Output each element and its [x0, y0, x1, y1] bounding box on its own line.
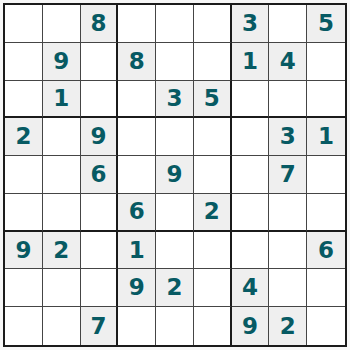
cell-r2c3-empty[interactable]	[81, 43, 119, 81]
cell-r4c3-given: 9	[81, 118, 119, 156]
cell-r8c9-empty[interactable]	[307, 269, 345, 307]
cell-r6c8-empty[interactable]	[269, 194, 307, 232]
cell-r8c5-given: 2	[156, 269, 194, 307]
cell-r8c4-given: 9	[118, 269, 156, 307]
cell-r1c3-given: 8	[81, 5, 119, 43]
cell-r1c7-given: 3	[232, 5, 270, 43]
cell-r1c5-empty[interactable]	[156, 5, 194, 43]
cell-r8c7-given: 4	[232, 269, 270, 307]
cell-r8c8-empty[interactable]	[269, 269, 307, 307]
cell-r2c6-empty[interactable]	[194, 43, 232, 81]
cell-r5c4-empty[interactable]	[118, 156, 156, 194]
cell-r3c2-given: 1	[43, 81, 81, 119]
cell-r9c5-empty[interactable]	[156, 307, 194, 345]
cell-r5c5-given: 9	[156, 156, 194, 194]
cell-r9c2-empty[interactable]	[43, 307, 81, 345]
cell-r2c7-given: 1	[232, 43, 270, 81]
cell-r1c1-empty[interactable]	[5, 5, 43, 43]
cell-r6c1-empty[interactable]	[5, 194, 43, 232]
cell-r5c9-empty[interactable]	[307, 156, 345, 194]
cell-r3c8-empty[interactable]	[269, 81, 307, 119]
cell-r8c3-empty[interactable]	[81, 269, 119, 307]
cell-r1c4-empty[interactable]	[118, 5, 156, 43]
cell-r6c4-given: 6	[118, 194, 156, 232]
cell-r5c8-given: 7	[269, 156, 307, 194]
cell-r6c2-empty[interactable]	[43, 194, 81, 232]
cell-r9c7-given: 9	[232, 307, 270, 345]
cell-r3c9-empty[interactable]	[307, 81, 345, 119]
cell-r6c9-empty[interactable]	[307, 194, 345, 232]
cell-r8c1-empty[interactable]	[5, 269, 43, 307]
cell-r5c2-empty[interactable]	[43, 156, 81, 194]
cell-r6c5-empty[interactable]	[156, 194, 194, 232]
cell-r7c4-given: 1	[118, 232, 156, 270]
cell-r4c4-empty[interactable]	[118, 118, 156, 156]
cell-r5c1-empty[interactable]	[5, 156, 43, 194]
cell-r1c6-empty[interactable]	[194, 5, 232, 43]
cell-r1c9-given: 5	[307, 5, 345, 43]
cell-r6c7-empty[interactable]	[232, 194, 270, 232]
cell-r1c2-empty[interactable]	[43, 5, 81, 43]
cell-r1c8-empty[interactable]	[269, 5, 307, 43]
cell-r3c1-empty[interactable]	[5, 81, 43, 119]
cell-r3c7-empty[interactable]	[232, 81, 270, 119]
cell-r8c2-empty[interactable]	[43, 269, 81, 307]
cell-r5c6-empty[interactable]	[194, 156, 232, 194]
cell-r4c2-empty[interactable]	[43, 118, 81, 156]
cell-r9c6-empty[interactable]	[194, 307, 232, 345]
cell-r7c8-empty[interactable]	[269, 232, 307, 270]
cell-r9c9-empty[interactable]	[307, 307, 345, 345]
cell-r3c5-given: 3	[156, 81, 194, 119]
cell-r9c4-empty[interactable]	[118, 307, 156, 345]
cell-r3c6-given: 5	[194, 81, 232, 119]
cell-r3c4-empty[interactable]	[118, 81, 156, 119]
cell-r9c8-given: 2	[269, 307, 307, 345]
cell-r4c9-given: 1	[307, 118, 345, 156]
cell-r8c6-empty[interactable]	[194, 269, 232, 307]
cell-r7c1-given: 9	[5, 232, 43, 270]
cell-r2c1-empty[interactable]	[5, 43, 43, 81]
cell-r2c8-given: 4	[269, 43, 307, 81]
cell-r7c5-empty[interactable]	[156, 232, 194, 270]
cell-r7c7-empty[interactable]	[232, 232, 270, 270]
cell-r3c3-empty[interactable]	[81, 81, 119, 119]
sudoku-board: 83598141352931697629216924792	[0, 0, 350, 350]
cell-r4c5-empty[interactable]	[156, 118, 194, 156]
cell-r6c3-empty[interactable]	[81, 194, 119, 232]
cell-r2c9-empty[interactable]	[307, 43, 345, 81]
cell-r5c7-empty[interactable]	[232, 156, 270, 194]
cell-r6c6-given: 2	[194, 194, 232, 232]
cell-r4c7-empty[interactable]	[232, 118, 270, 156]
cell-r7c6-empty[interactable]	[194, 232, 232, 270]
cell-r9c1-empty[interactable]	[5, 307, 43, 345]
cell-r7c9-given: 6	[307, 232, 345, 270]
sudoku-grid: 83598141352931697629216924792	[3, 3, 347, 347]
cell-r4c6-empty[interactable]	[194, 118, 232, 156]
cell-r7c2-given: 2	[43, 232, 81, 270]
cell-r9c3-given: 7	[81, 307, 119, 345]
cell-r5c3-given: 6	[81, 156, 119, 194]
cell-r2c2-given: 9	[43, 43, 81, 81]
cell-r2c4-given: 8	[118, 43, 156, 81]
cell-r4c8-given: 3	[269, 118, 307, 156]
cell-r2c5-empty[interactable]	[156, 43, 194, 81]
cell-r4c1-given: 2	[5, 118, 43, 156]
cell-r7c3-empty[interactable]	[81, 232, 119, 270]
